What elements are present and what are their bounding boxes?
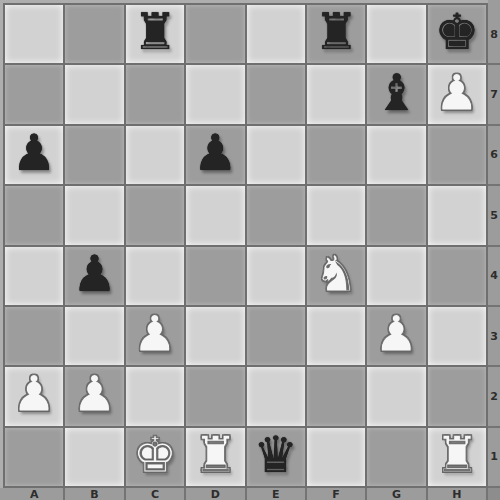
square-h2[interactable]	[428, 367, 486, 425]
square-b2[interactable]: ♟	[65, 367, 123, 425]
square-d4[interactable]	[186, 247, 244, 305]
chess-board: ♜♜♚♝♟♟♟♟♞♟♟♟♟♚♜♛♜	[3, 3, 488, 488]
square-c5[interactable]	[126, 186, 184, 244]
file-label-e: E	[247, 488, 307, 500]
square-b7[interactable]	[65, 65, 123, 123]
square-b1[interactable]	[65, 428, 123, 486]
square-f8[interactable]: ♜	[307, 5, 365, 63]
square-d3[interactable]	[186, 307, 244, 365]
piece-black-rook[interactable]: ♜	[314, 7, 359, 57]
square-h8[interactable]: ♚	[428, 5, 486, 63]
square-e6[interactable]	[247, 126, 305, 184]
square-e7[interactable]	[247, 65, 305, 123]
file-label-g: G	[367, 488, 427, 500]
piece-white-pawn[interactable]: ♟	[12, 369, 57, 419]
square-a7[interactable]	[5, 65, 63, 123]
square-a5[interactable]	[5, 186, 63, 244]
square-f2[interactable]	[307, 367, 365, 425]
square-d7[interactable]	[186, 65, 244, 123]
square-e1[interactable]: ♛	[247, 428, 305, 486]
square-b3[interactable]	[65, 307, 123, 365]
square-g3[interactable]: ♟	[367, 307, 425, 365]
square-b6[interactable]	[65, 126, 123, 184]
square-f7[interactable]	[307, 65, 365, 123]
square-f6[interactable]	[307, 126, 365, 184]
square-g2[interactable]	[367, 367, 425, 425]
square-a4[interactable]	[5, 247, 63, 305]
piece-white-pawn[interactable]: ♟	[434, 68, 479, 118]
square-h5[interactable]	[428, 186, 486, 244]
piece-black-pawn[interactable]: ♟	[12, 128, 57, 178]
square-d2[interactable]	[186, 367, 244, 425]
square-h1[interactable]: ♜	[428, 428, 486, 486]
file-label-b: B	[65, 488, 125, 500]
piece-white-pawn[interactable]: ♟	[133, 309, 178, 359]
chess-app: ♜♜♚♝♟♟♟♟♞♟♟♟♟♚♜♛♜ 87654321 ABCDEFGH	[0, 0, 500, 500]
rank-label-6: 6	[488, 126, 500, 186]
piece-white-king[interactable]: ♚	[133, 430, 178, 480]
square-a8[interactable]	[5, 5, 63, 63]
rank-label-2: 2	[488, 367, 500, 427]
square-f1[interactable]	[307, 428, 365, 486]
file-labels: ABCDEFGH	[0, 488, 488, 500]
piece-white-rook[interactable]: ♜	[193, 430, 238, 480]
square-c1[interactable]: ♚	[126, 428, 184, 486]
square-e4[interactable]	[247, 247, 305, 305]
piece-white-pawn[interactable]: ♟	[374, 309, 419, 359]
square-e3[interactable]	[247, 307, 305, 365]
square-g5[interactable]	[367, 186, 425, 244]
square-g4[interactable]	[367, 247, 425, 305]
square-d5[interactable]	[186, 186, 244, 244]
square-a3[interactable]	[5, 307, 63, 365]
piece-black-bishop[interactable]: ♝	[374, 68, 419, 118]
square-b8[interactable]	[65, 5, 123, 63]
square-a1[interactable]	[5, 428, 63, 486]
file-label-d: D	[186, 488, 246, 500]
square-g7[interactable]: ♝	[367, 65, 425, 123]
piece-white-knight[interactable]: ♞	[314, 249, 359, 299]
file-label-c: C	[126, 488, 186, 500]
square-c3[interactable]: ♟	[126, 307, 184, 365]
rank-labels: 87654321	[488, 0, 500, 488]
piece-black-queen[interactable]: ♛	[253, 430, 298, 480]
square-g6[interactable]	[367, 126, 425, 184]
square-f3[interactable]	[307, 307, 365, 365]
rank-label-3: 3	[488, 307, 500, 367]
rank-label-8: 8	[488, 5, 500, 65]
square-g8[interactable]	[367, 5, 425, 63]
rank-label-1: 1	[488, 428, 500, 488]
square-d1[interactable]: ♜	[186, 428, 244, 486]
piece-white-pawn[interactable]: ♟	[72, 369, 117, 419]
square-h4[interactable]	[428, 247, 486, 305]
square-d6[interactable]: ♟	[186, 126, 244, 184]
piece-black-pawn[interactable]: ♟	[72, 249, 117, 299]
square-f5[interactable]	[307, 186, 365, 244]
square-d8[interactable]	[186, 5, 244, 63]
square-a2[interactable]: ♟	[5, 367, 63, 425]
piece-black-pawn[interactable]: ♟	[193, 128, 238, 178]
square-a6[interactable]: ♟	[5, 126, 63, 184]
square-e2[interactable]	[247, 367, 305, 425]
square-e5[interactable]	[247, 186, 305, 244]
file-label-f: F	[307, 488, 367, 500]
square-c7[interactable]	[126, 65, 184, 123]
square-b5[interactable]	[65, 186, 123, 244]
piece-black-king[interactable]: ♚	[434, 7, 479, 57]
square-h6[interactable]	[428, 126, 486, 184]
square-h3[interactable]	[428, 307, 486, 365]
square-f4[interactable]: ♞	[307, 247, 365, 305]
coord-corner	[488, 488, 500, 500]
file-label-h: H	[428, 488, 488, 500]
piece-white-rook[interactable]: ♜	[434, 430, 479, 480]
square-h7[interactable]: ♟	[428, 65, 486, 123]
square-b4[interactable]: ♟	[65, 247, 123, 305]
square-c4[interactable]	[126, 247, 184, 305]
square-c6[interactable]	[126, 126, 184, 184]
file-label-a: A	[5, 488, 65, 500]
rank-label-4: 4	[488, 247, 500, 307]
square-c8[interactable]: ♜	[126, 5, 184, 63]
square-g1[interactable]	[367, 428, 425, 486]
square-e8[interactable]	[247, 5, 305, 63]
rank-label-7: 7	[488, 65, 500, 125]
square-c2[interactable]	[126, 367, 184, 425]
piece-black-rook[interactable]: ♜	[133, 7, 178, 57]
rank-label-5: 5	[488, 186, 500, 246]
